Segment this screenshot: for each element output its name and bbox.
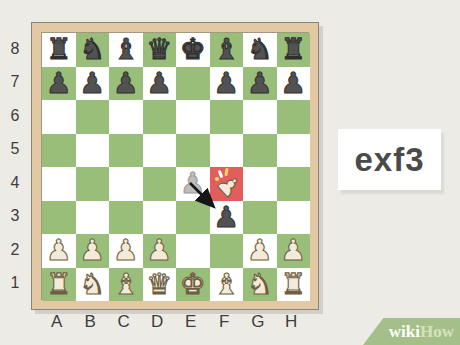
square-g5: [243, 134, 277, 168]
square-e6: [176, 100, 210, 134]
rank-label-4: 4: [2, 166, 28, 200]
black-pawn: ♟: [210, 201, 244, 235]
square-e4: ♟: [176, 167, 210, 201]
square-g7: ♟: [243, 67, 277, 101]
rank-label-3: 3: [2, 200, 28, 234]
rank-labels: 87654321: [2, 32, 28, 300]
wikihow-chess-illustration: 87654321 ♜♞♝♛♚♝♞♜♟♟♟♟♟♟♟♟♟♟♟♟♟♟♟♟♜♞♝♛♚♝♞…: [0, 0, 460, 345]
square-d2: ♟: [143, 234, 177, 268]
square-a6: [42, 100, 76, 134]
white-king: ♚: [176, 268, 210, 302]
rank-label-5: 5: [2, 133, 28, 167]
black-knight: ♞: [76, 33, 110, 67]
square-e7: [176, 67, 210, 101]
square-c2: ♟: [109, 234, 143, 268]
white-pawn: ♟: [277, 234, 311, 268]
square-e3: [176, 201, 210, 235]
rank-label-6: 6: [2, 99, 28, 133]
file-label-d: D: [141, 311, 175, 333]
black-pawn: ♟: [243, 67, 277, 101]
square-f6: [210, 100, 244, 134]
black-pawn: ♟: [143, 67, 177, 101]
square-g2: ♟: [243, 234, 277, 268]
square-b5: [76, 134, 110, 168]
black-king: ♚: [176, 33, 210, 67]
square-g8: ♞: [243, 33, 277, 67]
square-e1: ♚: [176, 268, 210, 302]
square-c3: [109, 201, 143, 235]
white-pawn: ♟: [243, 234, 277, 268]
square-d5: [143, 134, 177, 168]
square-g4: [243, 167, 277, 201]
square-d1: ♛: [143, 268, 177, 302]
black-pawn: ♟: [42, 67, 76, 101]
rank-label-7: 7: [2, 66, 28, 100]
square-h7: ♟: [277, 67, 311, 101]
black-pawn: ♟: [109, 67, 143, 101]
white-pawn: ♟: [143, 234, 177, 268]
file-label-f: F: [208, 311, 242, 333]
square-f1: ♝: [210, 268, 244, 302]
square-c7: ♟: [109, 67, 143, 101]
square-e8: ♚: [176, 33, 210, 67]
square-b1: ♞: [76, 268, 110, 302]
move-notation-card: exf3: [338, 129, 441, 190]
square-h1: ♜: [277, 268, 311, 302]
black-rook: ♜: [42, 33, 76, 67]
white-bishop: ♝: [210, 268, 244, 302]
square-f2: [210, 234, 244, 268]
square-b8: ♞: [76, 33, 110, 67]
white-bishop: ♝: [109, 268, 143, 302]
square-a7: ♟: [42, 67, 76, 101]
wikihow-logo-how: How: [420, 322, 454, 342]
square-b6: [76, 100, 110, 134]
white-rook: ♜: [277, 268, 311, 302]
square-a3: [42, 201, 76, 235]
chess-board: ♜♞♝♛♚♝♞♜♟♟♟♟♟♟♟♟♟♟♟♟♟♟♟♟♜♞♝♛♚♝♞♜: [31, 22, 319, 310]
wikihow-logo[interactable]: wikiHow: [363, 318, 460, 345]
square-h4: [277, 167, 311, 201]
square-c5: [109, 134, 143, 168]
square-d4: [143, 167, 177, 201]
white-pawn: ♟: [76, 234, 110, 268]
square-h8: ♜: [277, 33, 311, 67]
square-b2: ♟: [76, 234, 110, 268]
square-h2: ♟: [277, 234, 311, 268]
square-f7: ♟: [210, 67, 244, 101]
square-g6: [243, 100, 277, 134]
emphasis-mark: [215, 177, 219, 181]
white-knight: ♞: [76, 268, 110, 302]
board-grid: ♜♞♝♛♚♝♞♜♟♟♟♟♟♟♟♟♟♟♟♟♟♟♟♟♜♞♝♛♚♝♞♜: [41, 32, 309, 300]
black-rook: ♜: [277, 33, 311, 67]
square-a5: [42, 134, 76, 168]
square-e5: [176, 134, 210, 168]
square-f4: ♟: [210, 167, 244, 201]
square-d8: ♛: [143, 33, 177, 67]
square-d3: [143, 201, 177, 235]
file-label-b: B: [74, 311, 108, 333]
square-c8: ♝: [109, 33, 143, 67]
black-pawn: ♟: [277, 67, 311, 101]
square-d7: ♟: [143, 67, 177, 101]
square-b3: [76, 201, 110, 235]
square-h6: [277, 100, 311, 134]
square-c6: [109, 100, 143, 134]
square-a1: ♜: [42, 268, 76, 302]
ghost-black-pawn: ♟: [176, 167, 210, 201]
square-h3: [277, 201, 311, 235]
rank-label-2: 2: [2, 233, 28, 267]
square-h5: [277, 134, 311, 168]
square-a4: [42, 167, 76, 201]
rank-label-8: 8: [2, 32, 28, 66]
rank-label-1: 1: [2, 267, 28, 301]
black-bishop: ♝: [109, 33, 143, 67]
square-a8: ♜: [42, 33, 76, 67]
square-c4: [109, 167, 143, 201]
move-notation-text: exf3: [354, 141, 424, 179]
file-label-e: E: [174, 311, 208, 333]
square-f3: ♟: [210, 201, 244, 235]
file-label-a: A: [40, 311, 74, 333]
square-g3: [243, 201, 277, 235]
wikihow-logo-wiki: wiki: [389, 322, 420, 342]
white-pawn: ♟: [109, 234, 143, 268]
black-bishop: ♝: [210, 33, 244, 67]
white-queen: ♛: [143, 268, 177, 302]
square-b4: [76, 167, 110, 201]
white-knight: ♞: [243, 268, 277, 302]
black-pawn: ♟: [210, 67, 244, 101]
square-d6: [143, 100, 177, 134]
square-a2: ♟: [42, 234, 76, 268]
file-label-g: G: [241, 311, 275, 333]
square-f5: [210, 134, 244, 168]
black-knight: ♞: [243, 33, 277, 67]
square-e2: [176, 234, 210, 268]
square-c1: ♝: [109, 268, 143, 302]
black-pawn: ♟: [76, 67, 110, 101]
square-f8: ♝: [210, 33, 244, 67]
square-g1: ♞: [243, 268, 277, 302]
file-labels: ABCDEFGH: [40, 311, 308, 333]
square-b7: ♟: [76, 67, 110, 101]
white-pawn: ♟: [42, 234, 76, 268]
white-rook: ♜: [42, 268, 76, 302]
file-label-c: C: [107, 311, 141, 333]
file-label-h: H: [275, 311, 309, 333]
black-queen: ♛: [143, 33, 177, 67]
